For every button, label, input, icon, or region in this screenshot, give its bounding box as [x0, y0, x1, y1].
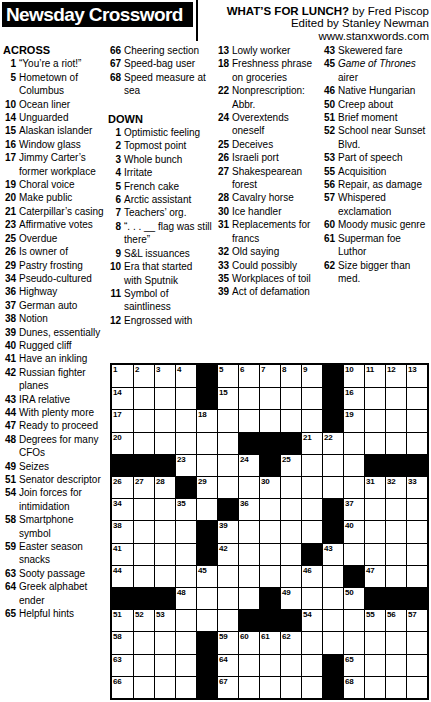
- grid-cell[interactable]: [259, 654, 280, 676]
- grid-cell[interactable]: [322, 476, 343, 498]
- grid-cell[interactable]: 61: [259, 631, 280, 653]
- grid-cell[interactable]: [259, 676, 280, 698]
- down-clue-53: 53Part of speech: [322, 151, 429, 164]
- grid-block: [133, 454, 154, 476]
- grid-cell[interactable]: [301, 387, 322, 409]
- grid-cell[interactable]: 58: [112, 631, 133, 653]
- grid-cell[interactable]: 67: [217, 676, 238, 698]
- grid-cell[interactable]: 18: [196, 409, 217, 431]
- grid-cell[interactable]: [364, 498, 385, 520]
- grid-cell[interactable]: 6: [238, 365, 259, 387]
- grid-cell[interactable]: [238, 476, 259, 498]
- clue-number: 5: [108, 180, 121, 193]
- clue-text: Shakespearean forest: [232, 165, 319, 192]
- grid-cell[interactable]: 50: [343, 587, 364, 609]
- cell-number: 22: [324, 433, 332, 442]
- grid-cell[interactable]: 57: [406, 609, 427, 631]
- grid-cell[interactable]: 66: [112, 676, 133, 698]
- grid-cell[interactable]: [259, 520, 280, 542]
- grid-cell[interactable]: 51: [112, 609, 133, 631]
- grid-cell[interactable]: [154, 387, 175, 409]
- across-clue-16: 16Window glass: [3, 138, 104, 151]
- clue-number: 48: [3, 433, 16, 460]
- grid-cell[interactable]: [406, 543, 427, 565]
- cell-number: 24: [240, 455, 248, 464]
- grid-cell[interactable]: [322, 565, 343, 587]
- grid-cell[interactable]: [322, 454, 343, 476]
- grid-cell[interactable]: [280, 676, 301, 698]
- grid-cell[interactable]: 30: [259, 476, 280, 498]
- grid-block: [196, 365, 217, 387]
- grid-cell[interactable]: [280, 565, 301, 587]
- clue-number: 1: [3, 57, 16, 70]
- down-clue-25: 25Deceives: [216, 138, 319, 151]
- grid-block: [196, 676, 217, 698]
- cell-number: 37: [345, 499, 353, 508]
- grid-cell[interactable]: 1: [112, 365, 133, 387]
- grid-cell[interactable]: 22: [322, 432, 343, 454]
- grid-cell[interactable]: 14: [112, 387, 133, 409]
- grid-cell[interactable]: 36: [238, 498, 259, 520]
- grid-cell[interactable]: 27: [133, 476, 154, 498]
- grid-cell[interactable]: [175, 543, 196, 565]
- clue-number: 47: [3, 419, 16, 432]
- grid-cell[interactable]: [154, 409, 175, 431]
- down-clue-52: 52School near Sunset Blvd.: [322, 124, 429, 151]
- clue-number: 65: [3, 607, 16, 620]
- grid-cell[interactable]: [175, 409, 196, 431]
- grid-cell[interactable]: [343, 631, 364, 653]
- grid-cell[interactable]: [133, 543, 154, 565]
- clue-text: Window glass: [19, 138, 104, 151]
- cell-number: 48: [177, 588, 185, 597]
- clue-number: 61: [322, 232, 335, 259]
- grid-cell[interactable]: [280, 409, 301, 431]
- grid-cell[interactable]: 19: [343, 409, 364, 431]
- grid-cell[interactable]: [154, 565, 175, 587]
- across-clue-58: 58Smartphone symbol: [3, 513, 104, 540]
- grid-block: [196, 543, 217, 565]
- clue-text: Alaskan islander: [19, 124, 104, 137]
- grid-cell[interactable]: 40: [343, 520, 364, 542]
- cell-number: 15: [219, 388, 227, 397]
- grid-cell[interactable]: [238, 654, 259, 676]
- clue-text: French cake: [124, 180, 212, 193]
- across-clue-67: 67Speed-bag user: [108, 57, 212, 70]
- grid-cell[interactable]: [259, 543, 280, 565]
- grid-cell[interactable]: 2: [133, 365, 154, 387]
- grid-cell[interactable]: [280, 476, 301, 498]
- clue-number: 51: [322, 111, 335, 124]
- grid-cell[interactable]: [301, 454, 322, 476]
- grid-cell[interactable]: 41: [112, 543, 133, 565]
- clue-text: Ice handler: [232, 205, 319, 218]
- grid-cell[interactable]: [301, 676, 322, 698]
- grid-cell[interactable]: [133, 432, 154, 454]
- cell-number: 50: [345, 588, 353, 597]
- grid-cell[interactable]: [301, 520, 322, 542]
- grid-cell[interactable]: [133, 565, 154, 587]
- grid-cell[interactable]: [406, 654, 427, 676]
- grid-cell[interactable]: [385, 432, 406, 454]
- grid-cell[interactable]: [364, 654, 385, 676]
- grid-cell[interactable]: [154, 654, 175, 676]
- grid-cell[interactable]: [406, 409, 427, 431]
- grid-cell[interactable]: 65: [343, 654, 364, 676]
- grid-cell[interactable]: [301, 587, 322, 609]
- grid-cell[interactable]: [154, 432, 175, 454]
- clue-number: 25: [216, 138, 229, 151]
- grid-cell[interactable]: 44: [112, 565, 133, 587]
- cell-number: 58: [113, 632, 121, 641]
- cell-number: 36: [240, 499, 248, 508]
- grid-cell[interactable]: 7: [259, 365, 280, 387]
- grid-block: [301, 543, 322, 565]
- clue-number: 9: [108, 247, 121, 260]
- grid-cell[interactable]: [385, 654, 406, 676]
- across-clue-44: 44With plenty more: [3, 406, 104, 419]
- grid-cell[interactable]: 49: [280, 587, 301, 609]
- grid-cell[interactable]: 28: [154, 476, 175, 498]
- grid-cell[interactable]: [238, 409, 259, 431]
- grid-cell[interactable]: [133, 409, 154, 431]
- clue-text: Deceives: [232, 138, 319, 151]
- clue-text: Rugged cliff: [19, 339, 104, 352]
- grid-cell[interactable]: [364, 409, 385, 431]
- down-clue-35: 35Workplaces of toil: [216, 272, 319, 285]
- grid-cell[interactable]: 17: [112, 409, 133, 431]
- grid-cell[interactable]: [301, 409, 322, 431]
- clue-number: 26: [216, 151, 229, 164]
- grid-cell[interactable]: [343, 476, 364, 498]
- cell-number: 16: [345, 388, 353, 397]
- grid-cell[interactable]: [406, 565, 427, 587]
- grid-cell[interactable]: [175, 520, 196, 542]
- grid-cell[interactable]: [217, 409, 238, 431]
- grid-cell[interactable]: [133, 520, 154, 542]
- cell-number: 14: [113, 388, 121, 397]
- grid-cell[interactable]: 12: [385, 365, 406, 387]
- clue-text: Israeli port: [232, 151, 319, 164]
- clue-number: 49: [3, 460, 16, 473]
- grid-cell[interactable]: [301, 476, 322, 498]
- down-clue-28: 28Cavalry horse: [216, 191, 319, 204]
- grid-cell[interactable]: [322, 631, 343, 653]
- grid-block: [196, 631, 217, 653]
- grid-cell[interactable]: [238, 565, 259, 587]
- grid-cell[interactable]: 48: [175, 587, 196, 609]
- grid-cell[interactable]: [217, 587, 238, 609]
- grid-cell[interactable]: 13: [406, 365, 427, 387]
- crossword-grid: 1234567891011121314151617181920212223242…: [110, 363, 429, 700]
- grid-cell[interactable]: 55: [364, 609, 385, 631]
- down-clue-18: 18Freshness phrase on groceries: [216, 57, 319, 84]
- cell-number: 23: [177, 455, 185, 464]
- grid-cell[interactable]: [238, 520, 259, 542]
- grid-cell[interactable]: [238, 387, 259, 409]
- grid-cell[interactable]: [406, 631, 427, 653]
- down-clue-57: 57Whispered exclamation: [322, 191, 429, 218]
- grid-cell[interactable]: [196, 454, 217, 476]
- grid-cell[interactable]: [217, 609, 238, 631]
- grid-cell[interactable]: [133, 387, 154, 409]
- grid-cell[interactable]: [154, 543, 175, 565]
- grid-cell[interactable]: [175, 609, 196, 631]
- cell-number: 3: [156, 365, 160, 374]
- grid-cell[interactable]: [280, 520, 301, 542]
- grid-cell[interactable]: 10: [343, 365, 364, 387]
- grid-cell[interactable]: 9: [301, 365, 322, 387]
- grid-cell[interactable]: 59: [217, 631, 238, 653]
- grid-cell[interactable]: [133, 676, 154, 698]
- down-clue-1: 1Optimistic feeling: [108, 126, 212, 139]
- grid-cell[interactable]: [175, 654, 196, 676]
- grid-cell[interactable]: [175, 676, 196, 698]
- clue-text: Join forces for intimidation: [19, 486, 104, 513]
- newsday-banner: Newsday Crossword: [2, 2, 193, 27]
- grid-cell[interactable]: [385, 387, 406, 409]
- grid-cell[interactable]: [238, 587, 259, 609]
- grid-cell[interactable]: [154, 520, 175, 542]
- grid-cell[interactable]: 68: [343, 676, 364, 698]
- grid-cell[interactable]: [175, 631, 196, 653]
- grid-cell[interactable]: [385, 676, 406, 698]
- grid-cell[interactable]: [406, 520, 427, 542]
- grid-cell[interactable]: [406, 387, 427, 409]
- grid-block: [322, 387, 343, 409]
- clue-text: Game of Thrones airer: [338, 57, 429, 84]
- header-divider: [196, 0, 198, 41]
- grid-cell[interactable]: [217, 565, 238, 587]
- clue-text: “You’re a riot!”: [19, 57, 104, 70]
- cell-number: 65: [345, 655, 353, 664]
- grid-cell[interactable]: 16: [343, 387, 364, 409]
- grid-cell[interactable]: [175, 432, 196, 454]
- cell-number: 56: [387, 610, 395, 619]
- grid-cell[interactable]: [259, 409, 280, 431]
- grid-cell[interactable]: [217, 476, 238, 498]
- grid-cell[interactable]: 35: [175, 498, 196, 520]
- cell-number: 35: [177, 499, 185, 508]
- cell-number: 32: [387, 477, 395, 486]
- grid-cell[interactable]: [364, 676, 385, 698]
- clue-number: 67: [108, 57, 121, 70]
- grid-cell[interactable]: 24: [238, 454, 259, 476]
- grid-cell[interactable]: [259, 387, 280, 409]
- grid-cell[interactable]: [364, 387, 385, 409]
- grid-cell[interactable]: [154, 631, 175, 653]
- clue-number: 15: [3, 124, 16, 137]
- across-clue-17: 17Jimmy Carter’s former workplace: [3, 151, 104, 178]
- clue-number: 57: [322, 191, 335, 218]
- grid-cell[interactable]: 56: [385, 609, 406, 631]
- grid-cell[interactable]: [217, 432, 238, 454]
- down-clue-43: 43Skewered fare: [322, 44, 429, 57]
- grid-cell[interactable]: [385, 543, 406, 565]
- grid-cell[interactable]: 64: [217, 654, 238, 676]
- across-clue-63: 63Sooty passage: [3, 567, 104, 580]
- clue-text: Notion: [19, 312, 104, 325]
- grid-block: [406, 587, 427, 609]
- clue-number: 13: [216, 44, 229, 57]
- grid-cell[interactable]: [322, 587, 343, 609]
- grid-cell[interactable]: [175, 565, 196, 587]
- clue-number: 14: [3, 111, 16, 124]
- cell-number: 54: [303, 610, 311, 619]
- grid-cell[interactable]: [385, 631, 406, 653]
- clue-text: Hometown of Columbus: [19, 71, 104, 98]
- grid-cell[interactable]: 47: [364, 565, 385, 587]
- grid-cell[interactable]: [133, 631, 154, 653]
- grid-cell[interactable]: [217, 454, 238, 476]
- grid-cell[interactable]: 33: [406, 476, 427, 498]
- grid-cell[interactable]: 32: [385, 476, 406, 498]
- clue-number: 32: [216, 245, 229, 258]
- clue-number: 8: [108, 220, 121, 247]
- down-clue-56: 56Repair, as damage: [322, 178, 429, 191]
- grid-cell[interactable]: [301, 631, 322, 653]
- down-clue-7: 7Teachers’ org.: [108, 206, 212, 219]
- grid-cell[interactable]: [133, 654, 154, 676]
- grid-cell[interactable]: [364, 631, 385, 653]
- grid-cell[interactable]: 31: [364, 476, 385, 498]
- grid-cell[interactable]: [280, 387, 301, 409]
- grid-cell[interactable]: [238, 676, 259, 698]
- clue-text: Whispered exclamation: [338, 191, 429, 218]
- grid-cell[interactable]: [301, 498, 322, 520]
- grid-cell[interactable]: 37: [343, 498, 364, 520]
- clue-text: Moody music genre: [338, 218, 429, 231]
- grid-cell[interactable]: 52: [133, 609, 154, 631]
- grid-cell[interactable]: [133, 498, 154, 520]
- clue-number: 6: [108, 193, 121, 206]
- grid-cell[interactable]: [385, 520, 406, 542]
- grid-cell[interactable]: [364, 543, 385, 565]
- clue-number: 36: [3, 285, 16, 298]
- grid-cell[interactable]: [406, 432, 427, 454]
- across-clue-26: 26Is owner of: [3, 245, 104, 258]
- grid-cell[interactable]: [196, 587, 217, 609]
- grid-cell[interactable]: [343, 543, 364, 565]
- grid-cell[interactable]: 21: [301, 432, 322, 454]
- cell-number: 1: [113, 365, 117, 374]
- grid-cell[interactable]: 42: [217, 543, 238, 565]
- grid-cell[interactable]: 4: [175, 365, 196, 387]
- grid-cell[interactable]: [406, 676, 427, 698]
- grid-cell[interactable]: [175, 387, 196, 409]
- cell-number: 6: [240, 365, 244, 374]
- clue-column-2: 66Cheering section67Speed-bag user68Spee…: [108, 44, 212, 362]
- grid-cell[interactable]: 45: [196, 565, 217, 587]
- grid-cell[interactable]: 23: [175, 454, 196, 476]
- cell-number: 29: [198, 477, 206, 486]
- grid-cell[interactable]: [259, 498, 280, 520]
- grid-cell[interactable]: [154, 498, 175, 520]
- grid-cell[interactable]: [364, 432, 385, 454]
- clue-text: Teachers’ org.: [124, 206, 212, 219]
- grid-cell[interactable]: 39: [217, 520, 238, 542]
- grid-cell[interactable]: [385, 409, 406, 431]
- grid-cell[interactable]: [385, 565, 406, 587]
- grid-cell[interactable]: [280, 498, 301, 520]
- grid-cell[interactable]: [343, 454, 364, 476]
- grid-cell[interactable]: 5: [217, 365, 238, 387]
- grid-cell[interactable]: 3: [154, 365, 175, 387]
- clue-number: 43: [322, 44, 335, 57]
- across-clue-42: 42Russian fighter planes: [3, 366, 104, 393]
- grid-cell[interactable]: [322, 609, 343, 631]
- grid-cell[interactable]: [343, 432, 364, 454]
- grid-cell[interactable]: [385, 498, 406, 520]
- grid-cell[interactable]: 60: [238, 631, 259, 653]
- grid-cell[interactable]: 11: [364, 365, 385, 387]
- down-clue-5: 5French cake: [108, 180, 212, 193]
- clue-number: 5: [3, 71, 16, 98]
- grid-cell[interactable]: 8: [280, 365, 301, 387]
- clue-text: With plenty more: [19, 406, 104, 419]
- across-clue-19: 19Choral voice: [3, 178, 104, 191]
- clue-text: Degrees for many CFOs: [19, 433, 104, 460]
- clue-text: Greek alphabet ender: [19, 580, 104, 607]
- grid-cell[interactable]: 62: [280, 631, 301, 653]
- grid-cell[interactable]: [259, 565, 280, 587]
- clue-text: Speed measure at sea: [124, 71, 212, 98]
- grid-cell[interactable]: 54: [301, 609, 322, 631]
- clue-number: 50: [322, 98, 335, 111]
- clue-number: 4: [108, 166, 121, 179]
- grid-cell[interactable]: [301, 654, 322, 676]
- grid-cell[interactable]: 25: [280, 454, 301, 476]
- grid-cell[interactable]: 38: [112, 520, 133, 542]
- grid-cell[interactable]: [364, 520, 385, 542]
- down-clue-30: 30Ice handler: [216, 205, 319, 218]
- grid-cell[interactable]: [196, 609, 217, 631]
- grid-cell[interactable]: 43: [322, 543, 343, 565]
- grid-cell[interactable]: [343, 609, 364, 631]
- grid-cell[interactable]: [196, 498, 217, 520]
- cell-number: 60: [240, 632, 248, 641]
- grid-cell[interactable]: 20: [112, 432, 133, 454]
- cell-number: 19: [345, 410, 353, 419]
- grid-cell[interactable]: [280, 654, 301, 676]
- grid-cell[interactable]: 29: [196, 476, 217, 498]
- down-clue-60: 60Moody music genre: [322, 218, 429, 231]
- grid-cell[interactable]: [406, 498, 427, 520]
- grid-cell[interactable]: 46: [301, 565, 322, 587]
- grid-cell[interactable]: 63: [112, 654, 133, 676]
- grid-cell[interactable]: 15: [217, 387, 238, 409]
- grid-cell[interactable]: [196, 432, 217, 454]
- cell-number: 51: [113, 610, 121, 619]
- clue-text: Part of speech: [338, 151, 429, 164]
- grid-cell[interactable]: [238, 543, 259, 565]
- clue-text: IRA relative: [19, 393, 104, 406]
- clue-text: Engrossed with: [124, 314, 212, 327]
- grid-cell[interactable]: 26: [112, 476, 133, 498]
- clue-column-1: ACROSS 1“You’re a riot!”5Hometown of Col…: [3, 44, 104, 700]
- clue-number: 41: [3, 352, 16, 365]
- grid-cell[interactable]: [154, 676, 175, 698]
- grid-cell[interactable]: 34: [112, 498, 133, 520]
- across-clue-39: 39Dunes, essentially: [3, 326, 104, 339]
- grid-cell[interactable]: [280, 543, 301, 565]
- cell-number: 47: [366, 566, 374, 575]
- cell-number: 17: [113, 410, 121, 419]
- grid-cell[interactable]: 53: [154, 609, 175, 631]
- puzzle-header: WHAT’S FOR LUNCH? by Fred Piscop Edited …: [203, 5, 429, 42]
- grid-block: [322, 520, 343, 542]
- cell-number: 28: [156, 477, 164, 486]
